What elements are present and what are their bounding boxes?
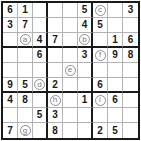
cell-r7c1[interactable]: 4 [3, 93, 18, 108]
given-digit-7: 7 [7, 126, 13, 136]
cell-r7c2[interactable]: 8 [18, 93, 33, 108]
cell-r2c7[interactable]: 5 [93, 18, 108, 33]
sudoku-board: 615c33745a47b1663f98e95d2648h1i6537g825 [1, 1, 140, 140]
cell-r3c1[interactable] [3, 33, 18, 48]
given-digit-8: 8 [128, 50, 134, 60]
cell-r1c1[interactable]: 6 [3, 3, 18, 18]
given-digit-9: 9 [112, 50, 118, 60]
cell-r1c7[interactable]: c [93, 3, 108, 18]
given-digit-6: 6 [112, 95, 118, 105]
cell-r8c3[interactable]: 5 [33, 108, 48, 123]
cell-r3c4[interactable]: 7 [48, 33, 63, 48]
given-digit-5: 5 [22, 80, 28, 90]
cell-r8c7[interactable] [93, 108, 108, 123]
sudoku-grid: 615c33745a47b1663f98e95d2648h1i6537g825 [3, 3, 138, 138]
cell-r2c2[interactable]: 7 [18, 18, 33, 33]
given-digit-6: 6 [7, 5, 13, 15]
cell-r8c8[interactable] [108, 108, 123, 123]
given-digit-1: 1 [112, 35, 118, 45]
given-digit-9: 9 [7, 80, 13, 90]
cell-r6c6[interactable] [78, 78, 93, 93]
cell-r1c9[interactable]: 3 [123, 3, 138, 18]
cell-r6c4[interactable]: 2 [48, 78, 63, 93]
cell-r3c2[interactable]: a [18, 33, 33, 48]
cell-r4c6[interactable]: 3 [78, 48, 93, 63]
cell-r1c4[interactable] [48, 3, 63, 18]
given-digit-2: 2 [52, 80, 58, 90]
circled-letter-b: b [79, 34, 90, 45]
given-digit-6: 6 [37, 50, 43, 60]
given-digit-8: 8 [22, 95, 28, 105]
cell-r9c2[interactable]: g [18, 123, 33, 138]
given-digit-3: 3 [7, 20, 13, 30]
given-digit-1: 1 [82, 95, 88, 105]
cell-r4c7[interactable]: f [93, 48, 108, 63]
given-digit-5: 5 [97, 20, 103, 30]
cell-r6c7[interactable]: 6 [93, 78, 108, 93]
cell-r4c4[interactable] [48, 48, 63, 63]
cell-r5c7[interactable] [93, 63, 108, 78]
cell-r9c4[interactable]: 8 [48, 123, 63, 138]
cell-r8c4[interactable]: 3 [48, 108, 63, 123]
cell-r5c2[interactable] [18, 63, 33, 78]
cell-r3c5[interactable] [63, 33, 78, 48]
cell-r5c6[interactable] [78, 63, 93, 78]
cell-r8c2[interactable] [18, 108, 33, 123]
cell-r5c8[interactable] [108, 63, 123, 78]
cell-r1c6[interactable]: 5 [78, 3, 93, 18]
given-digit-6: 6 [97, 80, 103, 90]
cell-r5c4[interactable] [48, 63, 63, 78]
cell-r9c6[interactable] [78, 123, 93, 138]
cell-r7c8[interactable]: 6 [108, 93, 123, 108]
circled-letter-i: i [95, 95, 106, 106]
cell-r2c1[interactable]: 3 [3, 18, 18, 33]
cell-r3c7[interactable] [93, 33, 108, 48]
given-digit-4: 4 [7, 95, 13, 105]
circled-letter-e: e [65, 65, 76, 76]
cell-r6c8[interactable] [108, 78, 123, 93]
circled-letter-c: c [95, 5, 106, 16]
cell-r6c9[interactable] [123, 78, 138, 93]
cell-r9c8[interactable]: 5 [108, 123, 123, 138]
cell-r7c9[interactable] [123, 93, 138, 108]
cell-r2c5[interactable] [63, 18, 78, 33]
cell-r7c6[interactable]: 1 [78, 93, 93, 108]
cell-r1c8[interactable] [108, 3, 123, 18]
cell-r8c9[interactable] [123, 108, 138, 123]
circled-letter-f: f [95, 50, 106, 61]
cell-r7c3[interactable] [33, 93, 48, 108]
cell-r8c5[interactable] [63, 108, 78, 123]
cell-r7c5[interactable] [63, 93, 78, 108]
cell-r2c9[interactable] [123, 18, 138, 33]
circled-letter-h: h [50, 95, 61, 106]
cell-r4c2[interactable] [18, 48, 33, 63]
given-digit-5: 5 [37, 110, 43, 120]
cell-r8c1[interactable] [3, 108, 18, 123]
cell-r9c9[interactable] [123, 123, 138, 138]
cell-r2c3[interactable] [33, 18, 48, 33]
cell-r4c9[interactable]: 8 [123, 48, 138, 63]
cell-r5c5[interactable]: e [63, 63, 78, 78]
cell-r6c3[interactable]: d [33, 78, 48, 93]
cell-r1c2[interactable]: 1 [18, 3, 33, 18]
cell-r4c1[interactable] [3, 48, 18, 63]
cell-r5c1[interactable] [3, 63, 18, 78]
cell-r2c4[interactable] [48, 18, 63, 33]
circled-letter-a: a [20, 34, 31, 45]
cell-r2c8[interactable] [108, 18, 123, 33]
given-digit-4: 4 [82, 20, 88, 30]
given-digit-3: 3 [82, 50, 88, 60]
cell-r5c9[interactable] [123, 63, 138, 78]
given-digit-5: 5 [82, 5, 88, 15]
cell-r5c3[interactable] [33, 63, 48, 78]
cell-r9c5[interactable] [63, 123, 78, 138]
cell-r6c5[interactable] [63, 78, 78, 93]
given-digit-2: 2 [97, 126, 103, 136]
cell-r8c6[interactable] [78, 108, 93, 123]
given-digit-5: 5 [112, 126, 118, 136]
given-digit-6: 6 [128, 35, 134, 45]
cell-r9c3[interactable] [33, 123, 48, 138]
circled-letter-g: g [20, 125, 31, 136]
cell-r6c1[interactable]: 9 [3, 78, 18, 93]
cell-r3c9[interactable]: 6 [123, 33, 138, 48]
cell-r1c3[interactable] [33, 3, 48, 18]
cell-r9c7[interactable]: 2 [93, 123, 108, 138]
given-digit-4: 4 [37, 35, 43, 45]
given-digit-7: 7 [22, 20, 28, 30]
given-digit-8: 8 [52, 126, 58, 136]
cell-r3c8[interactable]: 1 [108, 33, 123, 48]
cell-r6c2[interactable]: 5 [18, 78, 33, 93]
cell-r1c5[interactable] [63, 3, 78, 18]
given-digit-7: 7 [52, 35, 58, 45]
cell-r4c5[interactable] [63, 48, 78, 63]
circled-letter-d: d [34, 79, 45, 90]
given-digit-3: 3 [52, 110, 58, 120]
given-digit-1: 1 [22, 5, 28, 15]
cell-r7c7[interactable]: i [93, 93, 108, 108]
cell-r4c8[interactable]: 9 [108, 48, 123, 63]
cell-r3c6[interactable]: b [78, 33, 93, 48]
cell-r9c1[interactable]: 7 [3, 123, 18, 138]
cell-r3c3[interactable]: 4 [33, 33, 48, 48]
given-digit-3: 3 [128, 5, 134, 15]
cell-r7c4[interactable]: h [48, 93, 63, 108]
cell-r2c6[interactable]: 4 [78, 18, 93, 33]
cell-r4c3[interactable]: 6 [33, 48, 48, 63]
